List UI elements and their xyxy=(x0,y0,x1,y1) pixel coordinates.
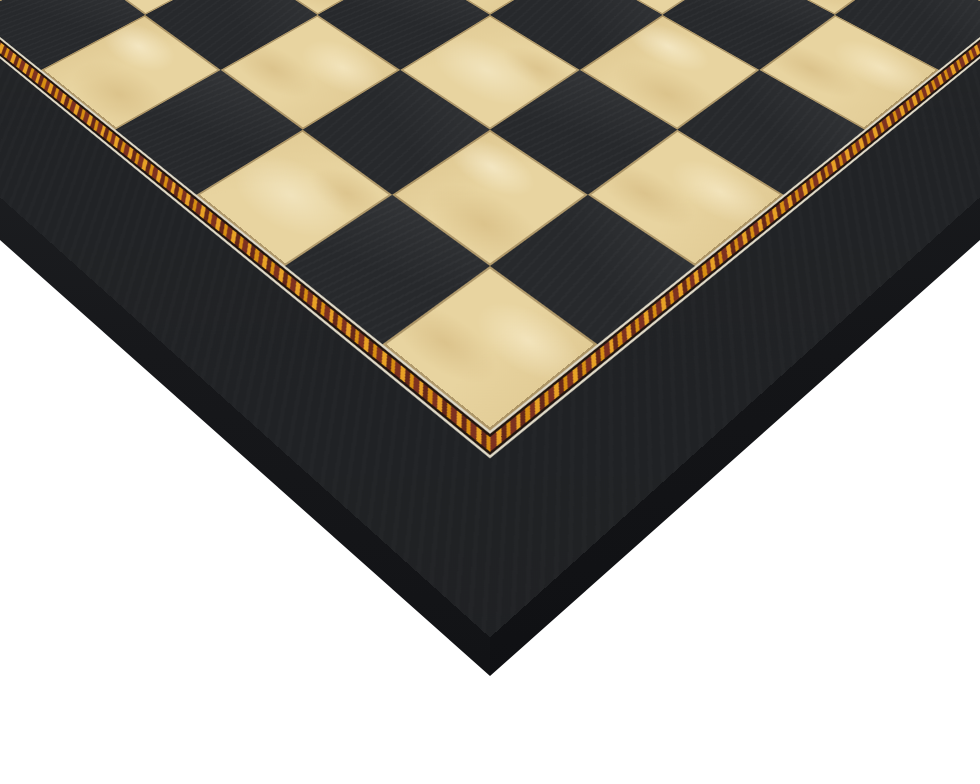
inlay-border xyxy=(0,0,980,452)
inlay-outer-dark-hairline xyxy=(0,0,980,455)
inlay-inner-dark-hairline xyxy=(0,0,980,437)
chessboard-product-photo xyxy=(0,0,980,784)
inlay-inner-light-hairline xyxy=(0,0,980,434)
inlay-outer-light-hairline xyxy=(0,0,980,458)
chessboard xyxy=(0,0,980,637)
board-squares-grid xyxy=(0,0,980,431)
